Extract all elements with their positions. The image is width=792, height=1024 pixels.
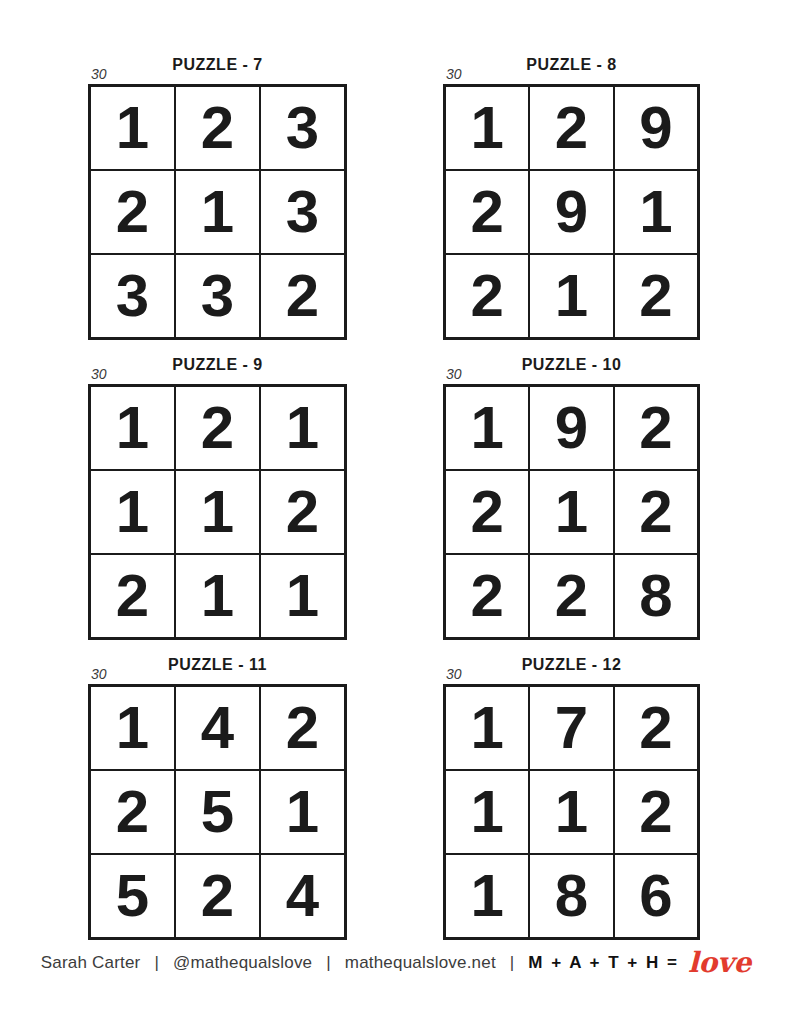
puzzle-8: PUZZLE - 8 30 129291212 [443, 55, 700, 340]
number-cell: 1 [91, 387, 174, 469]
number-cell: 1 [446, 387, 528, 469]
puzzle-board: 192212228 [443, 384, 700, 640]
number-cell: 5 [91, 855, 174, 937]
number-cell: 2 [530, 87, 612, 169]
number-cell: 2 [91, 771, 174, 853]
puzzle-title: PUZZLE - 7 [88, 55, 347, 75]
puzzle-title: PUZZLE - 11 [88, 655, 347, 675]
puzzle-10: PUZZLE - 10 30 192212228 [443, 355, 700, 640]
target-number-label: 30 [446, 367, 462, 381]
number-cell: 1 [446, 771, 528, 853]
number-cell: 1 [261, 771, 344, 853]
number-cell: 2 [615, 387, 697, 469]
number-cell: 2 [176, 87, 259, 169]
number-cell: 1 [530, 771, 612, 853]
number-cell: 6 [615, 855, 697, 937]
number-cell: 1 [91, 87, 174, 169]
number-cell: 2 [446, 171, 528, 253]
number-cell: 2 [176, 855, 259, 937]
number-cell: 1 [446, 87, 528, 169]
author-name: Sarah Carter [41, 953, 141, 972]
number-cell: 2 [615, 687, 697, 769]
number-cell: 1 [91, 687, 174, 769]
number-cell: 1 [530, 471, 612, 553]
number-cell: 2 [261, 687, 344, 769]
puzzle-board: 123213332 [88, 84, 347, 340]
puzzle-board: 142251524 [88, 684, 347, 940]
number-cell: 3 [261, 87, 344, 169]
number-cell: 1 [91, 471, 174, 553]
number-cell: 2 [446, 555, 528, 637]
number-cell: 4 [261, 855, 344, 937]
target-number-label: 30 [446, 67, 462, 81]
number-cell: 2 [446, 255, 528, 337]
number-cell: 4 [176, 687, 259, 769]
number-cell: 3 [176, 255, 259, 337]
puzzle-11: PUZZLE - 11 30 142251524 [88, 655, 347, 940]
love-script-logo: love [688, 946, 751, 979]
social-handle: @mathequalslove [173, 953, 312, 972]
target-number-label: 30 [446, 667, 462, 681]
number-cell: 1 [261, 555, 344, 637]
puzzle-title: PUZZLE - 8 [443, 55, 700, 75]
number-cell: 3 [261, 171, 344, 253]
number-cell: 8 [530, 855, 612, 937]
puzzle-9: PUZZLE - 9 30 121112211 [88, 355, 347, 640]
number-cell: 3 [91, 255, 174, 337]
website-url: mathequalslove.net [345, 953, 496, 972]
number-cell: 8 [615, 555, 697, 637]
puzzle-board: 172112186 [443, 684, 700, 940]
puzzle-title: PUZZLE - 10 [443, 355, 700, 375]
puzzle-board: 121112211 [88, 384, 347, 640]
number-cell: 9 [530, 387, 612, 469]
puzzles-grid-layout: PUZZLE - 7 30 123213332 PUZZLE - 8 30 12… [88, 55, 700, 940]
target-number-label: 30 [91, 67, 107, 81]
puzzle-12: PUZZLE - 12 30 172112186 [443, 655, 700, 940]
number-cell: 2 [615, 771, 697, 853]
number-cell: 9 [615, 87, 697, 169]
number-cell: 7 [530, 687, 612, 769]
number-cell: 2 [615, 471, 697, 553]
number-cell: 1 [530, 255, 612, 337]
separator: | [510, 953, 515, 972]
number-cell: 2 [176, 387, 259, 469]
number-cell: 1 [261, 387, 344, 469]
number-cell: 1 [615, 171, 697, 253]
number-cell: 5 [176, 771, 259, 853]
number-cell: 1 [176, 555, 259, 637]
puzzle-worksheet-page: PUZZLE - 7 30 123213332 PUZZLE - 8 30 12… [0, 0, 792, 1024]
number-cell: 2 [261, 471, 344, 553]
separator: | [326, 953, 331, 972]
number-cell: 2 [530, 555, 612, 637]
separator: | [154, 953, 159, 972]
number-cell: 2 [446, 471, 528, 553]
target-number-label: 30 [91, 667, 107, 681]
number-cell: 2 [261, 255, 344, 337]
number-cell: 1 [176, 471, 259, 553]
number-cell: 1 [446, 855, 528, 937]
number-cell: 1 [446, 687, 528, 769]
puzzle-7: PUZZLE - 7 30 123213332 [88, 55, 347, 340]
number-cell: 2 [91, 555, 174, 637]
number-cell: 1 [176, 171, 259, 253]
number-cell: 9 [530, 171, 612, 253]
puzzle-board: 129291212 [443, 84, 700, 340]
puzzle-title: PUZZLE - 12 [443, 655, 700, 675]
target-number-label: 30 [91, 367, 107, 381]
puzzle-title: PUZZLE - 9 [88, 355, 347, 375]
number-cell: 2 [91, 171, 174, 253]
math-equals-text: M + A + T + H = [528, 953, 679, 972]
footer-credit-line: Sarah Carter | @mathequalslove | mathequ… [0, 946, 792, 979]
number-cell: 2 [615, 255, 697, 337]
